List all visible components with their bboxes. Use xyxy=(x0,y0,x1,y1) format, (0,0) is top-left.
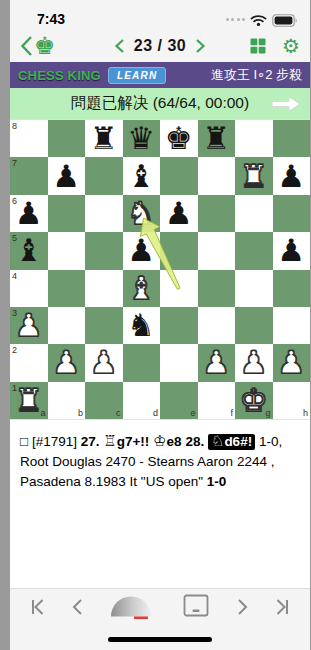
solved-status-bar: 問題已解决 (64/64, 00:00) xyxy=(10,88,310,120)
square-g4[interactable] xyxy=(235,270,273,307)
learn-badge: LEARN xyxy=(108,67,166,84)
square-d8[interactable]: ♛ xyxy=(123,120,161,157)
square-d1[interactable]: d xyxy=(123,382,161,419)
square-c5[interactable] xyxy=(85,232,123,269)
nav-bar: ♚ 23 / 30 ⚙ xyxy=(10,30,310,62)
speed-gauge-icon[interactable] xyxy=(108,593,154,620)
rank-label-4: 4 xyxy=(12,271,17,281)
side-to-move-and-id: □ [#1791] xyxy=(20,434,77,449)
piece-black-pawn-h7: ♟ xyxy=(273,157,311,194)
knight-figurine-icon: ♘ xyxy=(211,432,224,450)
king-figurine-icon: ♔ xyxy=(153,432,166,450)
piece-black-rook-f8: ♜ xyxy=(198,120,236,157)
chess-king-logo-icon: ♚ xyxy=(34,33,56,59)
square-f8[interactable]: ♜ xyxy=(198,120,236,157)
status-bar: 7:43 xyxy=(10,0,310,30)
square-h1[interactable]: h xyxy=(273,382,311,419)
next-puzzle-button[interactable] xyxy=(195,38,206,54)
battery-icon xyxy=(272,14,298,27)
square-e7[interactable] xyxy=(160,157,198,194)
chess-board: 8♜♛♚♜7♟♝♜♟6♟♞♟5♝♟♟4♝3♟♞2♟♟♟♟♟1a♜bcdefg♚h xyxy=(10,120,310,420)
piece-black-rook-c8: ♜ xyxy=(85,120,123,157)
piece-black-pawn-h5: ♟ xyxy=(273,232,311,269)
piece-white-rook-g7: ♜ xyxy=(235,157,273,194)
piece-white-pawn-a3: ♟ xyxy=(10,307,48,344)
square-h5[interactable]: ♟ xyxy=(273,232,311,269)
square-e1[interactable]: e xyxy=(160,382,198,419)
square-a8[interactable]: 8 xyxy=(10,120,48,157)
square-d6[interactable]: ♞ xyxy=(123,195,161,232)
square-a3[interactable]: 3♟ xyxy=(10,307,48,344)
square-b2[interactable]: ♟ xyxy=(48,344,86,381)
result-inline: 1-0, xyxy=(259,434,282,449)
course-title: 進攻王 I∘2 步殺 xyxy=(211,66,302,84)
app-screen: 7:43 ♚ 23 / 30 xyxy=(10,0,310,650)
square-e2[interactable] xyxy=(160,344,198,381)
square-b8[interactable] xyxy=(48,120,86,157)
square-d5[interactable]: ♟ xyxy=(123,232,161,269)
square-f5[interactable] xyxy=(198,232,236,269)
clock-time: 7:43 xyxy=(37,11,65,27)
square-a7[interactable]: 7 xyxy=(10,157,48,194)
square-d2[interactable] xyxy=(123,344,161,381)
piece-black-knight-d3: ♞ xyxy=(123,307,161,344)
square-a2[interactable]: 2 xyxy=(10,344,48,381)
square-c6[interactable] xyxy=(85,195,123,232)
players-info: Root Douglas 2470 - Stearns Aaron 2244 , xyxy=(20,454,274,469)
next-move-button[interactable] xyxy=(237,598,249,616)
home-indicator xyxy=(108,637,212,642)
square-c7[interactable] xyxy=(85,157,123,194)
piece-white-pawn-b2: ♟ xyxy=(48,344,86,381)
square-g2[interactable]: ♟ xyxy=(235,344,273,381)
square-d3[interactable]: ♞ xyxy=(123,307,161,344)
square-h2[interactable]: ♟ xyxy=(273,344,311,381)
file-label-e: e xyxy=(190,408,195,418)
piece-white-pawn-g2: ♟ xyxy=(235,344,273,381)
piece-black-pawn-a6: ♟ xyxy=(10,195,48,232)
square-h4[interactable] xyxy=(273,270,311,307)
square-f6[interactable] xyxy=(198,195,236,232)
square-e5[interactable] xyxy=(160,232,198,269)
square-g6[interactable] xyxy=(235,195,273,232)
square-d4[interactable]: ♝ xyxy=(123,270,161,307)
piece-white-rook-a1: ♜ xyxy=(10,382,48,419)
square-h8[interactable] xyxy=(273,120,311,157)
square-h6[interactable] xyxy=(273,195,311,232)
piece-white-king-g1: ♚ xyxy=(235,382,273,419)
square-g8[interactable] xyxy=(235,120,273,157)
square-a5[interactable]: 5♝ xyxy=(10,232,48,269)
piece-black-bishop-d7: ♝ xyxy=(123,157,161,194)
square-f7[interactable] xyxy=(198,157,236,194)
square-h3[interactable] xyxy=(273,307,311,344)
square-g5[interactable] xyxy=(235,232,273,269)
piece-white-bishop-d4: ♝ xyxy=(123,270,161,307)
nav-left: ♚ xyxy=(20,33,92,59)
rook-figurine-icon: ♖ xyxy=(103,432,116,450)
settings-gear-button[interactable]: ⚙ xyxy=(282,36,300,56)
nav-right: ⚙ xyxy=(228,36,300,56)
next-exercise-arrow-button[interactable] xyxy=(270,95,302,113)
square-e4[interactable] xyxy=(160,270,198,307)
piece-black-bishop-a5: ♝ xyxy=(10,232,48,269)
back-button[interactable] xyxy=(20,35,33,57)
piece-white-pawn-f2: ♟ xyxy=(198,344,236,381)
square-b7[interactable]: ♟ xyxy=(48,157,86,194)
square-e8[interactable]: ♚ xyxy=(160,120,198,157)
square-c3[interactable] xyxy=(85,307,123,344)
brand-bar: CHESS KING LEARN 進攻王 I∘2 步殺 xyxy=(10,62,310,88)
square-d7[interactable]: ♝ xyxy=(123,157,161,194)
square-h7[interactable]: ♟ xyxy=(273,157,311,194)
square-e6[interactable]: ♟ xyxy=(160,195,198,232)
file-label-d: d xyxy=(153,408,158,418)
move-27-number: 27. xyxy=(81,434,100,449)
solved-status-text: 問題已解决 (64/64, 00:00) xyxy=(71,93,249,114)
square-c2[interactable]: ♟ xyxy=(85,344,123,381)
game-result: 1-0 xyxy=(207,474,227,489)
piece-black-queen-d8: ♛ xyxy=(123,120,161,157)
chess-king-wordmark: CHESS KING xyxy=(18,68,101,83)
board-view-button[interactable] xyxy=(180,594,212,619)
file-label-h: h xyxy=(303,408,308,418)
square-f3[interactable] xyxy=(198,307,236,344)
move-27-black[interactable]: e8 xyxy=(167,434,182,449)
event-info: Pasadena 8.1983 It "US open" xyxy=(20,474,203,489)
status-icons xyxy=(226,14,299,27)
last-move-button[interactable] xyxy=(275,598,290,616)
square-f4[interactable] xyxy=(198,270,236,307)
square-c8[interactable]: ♜ xyxy=(85,120,123,157)
first-move-button[interactable] xyxy=(30,598,45,616)
move-28-text: d6#! xyxy=(224,434,252,449)
square-f1[interactable]: f xyxy=(198,382,236,419)
square-b1[interactable]: b xyxy=(48,382,86,419)
square-b3[interactable] xyxy=(48,307,86,344)
square-b6[interactable] xyxy=(48,195,86,232)
piece-white-pawn-h2: ♟ xyxy=(273,344,311,381)
previous-move-button[interactable] xyxy=(71,598,83,616)
square-a4[interactable]: 4 xyxy=(10,270,48,307)
piece-black-pawn-b7: ♟ xyxy=(48,157,86,194)
puzzle-pager: 23 / 30 xyxy=(114,37,206,55)
rank-label-8: 8 xyxy=(12,121,17,131)
square-g7[interactable]: ♜ xyxy=(235,157,273,194)
square-a6[interactable]: 6♟ xyxy=(10,195,48,232)
game-annotation: □ [#1791] 27. ♖g7+!! ♔e8 28. ♘d6#! 1-0, … xyxy=(10,420,310,492)
square-b4[interactable] xyxy=(48,270,86,307)
move-27-white[interactable]: g7+!! xyxy=(117,434,150,449)
square-a1[interactable]: 1a♜ xyxy=(10,382,48,419)
rank-label-2: 2 xyxy=(12,345,17,355)
square-f2[interactable]: ♟ xyxy=(198,344,236,381)
piece-black-pawn-e6: ♟ xyxy=(160,195,198,232)
grid-view-button[interactable] xyxy=(250,38,266,54)
piece-white-knight-d6: ♞ xyxy=(123,195,161,232)
piece-black-king-e8: ♚ xyxy=(160,120,198,157)
piece-white-pawn-c2: ♟ xyxy=(85,344,123,381)
move-28-number: 28. xyxy=(185,434,204,449)
file-label-b: b xyxy=(78,408,83,418)
square-c4[interactable] xyxy=(85,270,123,307)
previous-puzzle-button[interactable] xyxy=(114,38,125,54)
rank-label-7: 7 xyxy=(12,158,17,168)
wifi-icon xyxy=(250,14,267,27)
square-b5[interactable] xyxy=(48,232,86,269)
piece-black-pawn-d5: ♟ xyxy=(123,232,161,269)
file-label-c: c xyxy=(116,408,121,418)
square-g3[interactable] xyxy=(235,307,273,344)
move-28-highlighted[interactable]: ♘d6#! xyxy=(208,434,255,450)
square-e3[interactable] xyxy=(160,307,198,344)
file-label-f: f xyxy=(230,408,233,418)
square-c1[interactable]: c xyxy=(85,382,123,419)
cellular-signal-icon xyxy=(226,18,246,23)
square-g1[interactable]: g♚ xyxy=(235,382,273,419)
pager-value: 23 / 30 xyxy=(134,37,186,55)
